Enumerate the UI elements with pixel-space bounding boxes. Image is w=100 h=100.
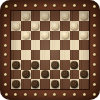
square-r3c1[interactable] xyxy=(11,31,21,41)
square-r8c2[interactable] xyxy=(21,79,31,89)
light-checker-piece[interactable] xyxy=(51,22,59,30)
square-r1c8[interactable] xyxy=(79,11,89,21)
square-r8c4[interactable] xyxy=(40,79,50,89)
square-r2c3[interactable] xyxy=(31,21,41,31)
square-r8c5[interactable] xyxy=(50,79,60,89)
square-r4c3[interactable] xyxy=(31,40,41,50)
dark-checker-piece[interactable] xyxy=(51,61,59,69)
rivet-icon xyxy=(34,4,37,7)
rivet-icon xyxy=(5,5,8,8)
rivet-icon xyxy=(93,34,96,37)
dark-checker-piece[interactable] xyxy=(12,61,20,69)
light-checker-piece[interactable] xyxy=(41,12,49,20)
square-r5c4[interactable] xyxy=(40,50,50,60)
rivet-icon xyxy=(53,93,56,96)
square-r8c8[interactable] xyxy=(79,79,89,89)
rivet-icon xyxy=(24,4,27,7)
dark-checker-piece[interactable] xyxy=(61,70,69,78)
checkers-board xyxy=(11,11,89,89)
light-checker-piece[interactable] xyxy=(70,22,78,30)
square-r8c1[interactable] xyxy=(11,79,21,89)
square-r4c6[interactable] xyxy=(60,40,70,50)
square-r7c6[interactable] xyxy=(60,70,70,80)
square-r2c6[interactable] xyxy=(60,21,70,31)
rivet-icon xyxy=(24,93,27,96)
square-r7c7[interactable] xyxy=(70,70,80,80)
square-r5c6[interactable] xyxy=(60,50,70,60)
square-r2c1[interactable] xyxy=(11,21,21,31)
square-r7c1[interactable] xyxy=(11,70,21,80)
square-r2c8[interactable] xyxy=(79,21,89,31)
square-r6c5[interactable] xyxy=(50,60,60,70)
square-r4c4[interactable] xyxy=(40,40,50,50)
square-r6c6[interactable] xyxy=(60,60,70,70)
square-r4c8[interactable] xyxy=(79,40,89,50)
square-r5c8[interactable] xyxy=(79,50,89,60)
square-r1c7[interactable] xyxy=(70,11,80,21)
rivet-icon xyxy=(93,44,96,47)
square-r3c4[interactable] xyxy=(40,31,50,41)
rivet-icon xyxy=(93,53,96,56)
rivet-icon xyxy=(4,83,7,86)
square-r3c8[interactable] xyxy=(79,31,89,41)
rivet-icon xyxy=(73,4,76,7)
square-r1c3[interactable] xyxy=(31,11,41,21)
rivet-icon xyxy=(73,93,76,96)
square-r7c8[interactable] xyxy=(79,70,89,80)
rivet-icon xyxy=(83,4,86,7)
square-r7c2[interactable] xyxy=(21,70,31,80)
rivet-icon xyxy=(4,44,7,47)
light-checker-piece[interactable] xyxy=(22,31,30,39)
light-checker-piece[interactable] xyxy=(41,31,49,39)
square-r5c5[interactable] xyxy=(50,50,60,60)
square-r5c1[interactable] xyxy=(11,50,21,60)
rivet-icon xyxy=(53,4,56,7)
square-r6c1[interactable] xyxy=(11,60,21,70)
square-r7c5[interactable] xyxy=(50,70,60,80)
rivet-icon xyxy=(93,63,96,66)
square-r6c2[interactable] xyxy=(21,60,31,70)
square-r4c5[interactable] xyxy=(50,40,60,50)
dark-checker-piece[interactable] xyxy=(31,80,39,88)
light-checker-piece[interactable] xyxy=(61,12,69,20)
light-checker-piece[interactable] xyxy=(12,22,20,30)
dark-checker-piece[interactable] xyxy=(41,70,49,78)
rivet-icon xyxy=(63,4,66,7)
square-r2c2[interactable] xyxy=(21,21,31,31)
rivet-icon xyxy=(44,93,47,96)
square-r3c5[interactable] xyxy=(50,31,60,41)
square-r1c2[interactable] xyxy=(21,11,31,21)
square-r1c6[interactable] xyxy=(60,11,70,21)
rivet-icon xyxy=(93,73,96,76)
square-r1c5[interactable] xyxy=(50,11,60,21)
rivet-icon xyxy=(4,53,7,56)
square-r3c2[interactable] xyxy=(21,31,31,41)
square-r8c3[interactable] xyxy=(31,79,41,89)
rivet-icon xyxy=(5,93,8,96)
checkers-app-window xyxy=(0,0,100,100)
rivet-icon xyxy=(14,93,17,96)
square-r5c2[interactable] xyxy=(21,50,31,60)
rivet-icon xyxy=(63,93,66,96)
square-r7c4[interactable] xyxy=(40,70,50,80)
light-checker-piece[interactable] xyxy=(22,12,30,20)
light-checker-piece[interactable] xyxy=(61,31,69,39)
rivet-icon xyxy=(44,4,47,7)
rivet-icon xyxy=(93,5,96,8)
square-r1c1[interactable] xyxy=(11,11,21,21)
rivet-icon xyxy=(4,34,7,37)
square-r3c7[interactable] xyxy=(70,31,80,41)
dark-checker-piece[interactable] xyxy=(12,80,20,88)
dark-checker-piece[interactable] xyxy=(31,61,39,69)
dark-checker-piece[interactable] xyxy=(70,80,78,88)
rivet-icon xyxy=(14,4,17,7)
light-checker-piece[interactable] xyxy=(80,31,88,39)
rivet-icon xyxy=(93,24,96,27)
square-r3c6[interactable] xyxy=(60,31,70,41)
square-r6c4[interactable] xyxy=(40,60,50,70)
square-r6c7[interactable] xyxy=(70,60,80,70)
square-r2c4[interactable] xyxy=(40,21,50,31)
rivet-icon xyxy=(93,93,96,96)
square-r6c3[interactable] xyxy=(31,60,41,70)
square-r5c3[interactable] xyxy=(31,50,41,60)
square-r5c7[interactable] xyxy=(70,50,80,60)
square-r4c1[interactable] xyxy=(11,40,21,50)
square-r4c7[interactable] xyxy=(70,40,80,50)
dark-checker-piece[interactable] xyxy=(80,70,88,78)
rivet-icon xyxy=(34,93,37,96)
dark-checker-piece[interactable] xyxy=(51,80,59,88)
square-r8c6[interactable] xyxy=(60,79,70,89)
rivet-icon xyxy=(4,63,7,66)
rivet-icon xyxy=(93,14,96,17)
square-r4c2[interactable] xyxy=(21,40,31,50)
square-r1c4[interactable] xyxy=(40,11,50,21)
light-checker-piece[interactable] xyxy=(80,12,88,20)
rivet-icon xyxy=(4,24,7,27)
rivet-icon xyxy=(4,14,7,17)
square-r8c7[interactable] xyxy=(70,79,80,89)
square-r2c5[interactable] xyxy=(50,21,60,31)
square-r7c3[interactable] xyxy=(31,70,41,80)
rivet-icon xyxy=(83,93,86,96)
dark-checker-piece[interactable] xyxy=(70,61,78,69)
square-r6c8[interactable] xyxy=(79,60,89,70)
dark-checker-piece[interactable] xyxy=(22,70,30,78)
rivet-icon xyxy=(4,73,7,76)
rivet-icon xyxy=(93,83,96,86)
square-r2c7[interactable] xyxy=(70,21,80,31)
square-r3c3[interactable] xyxy=(31,31,41,41)
light-checker-piece[interactable] xyxy=(31,22,39,30)
